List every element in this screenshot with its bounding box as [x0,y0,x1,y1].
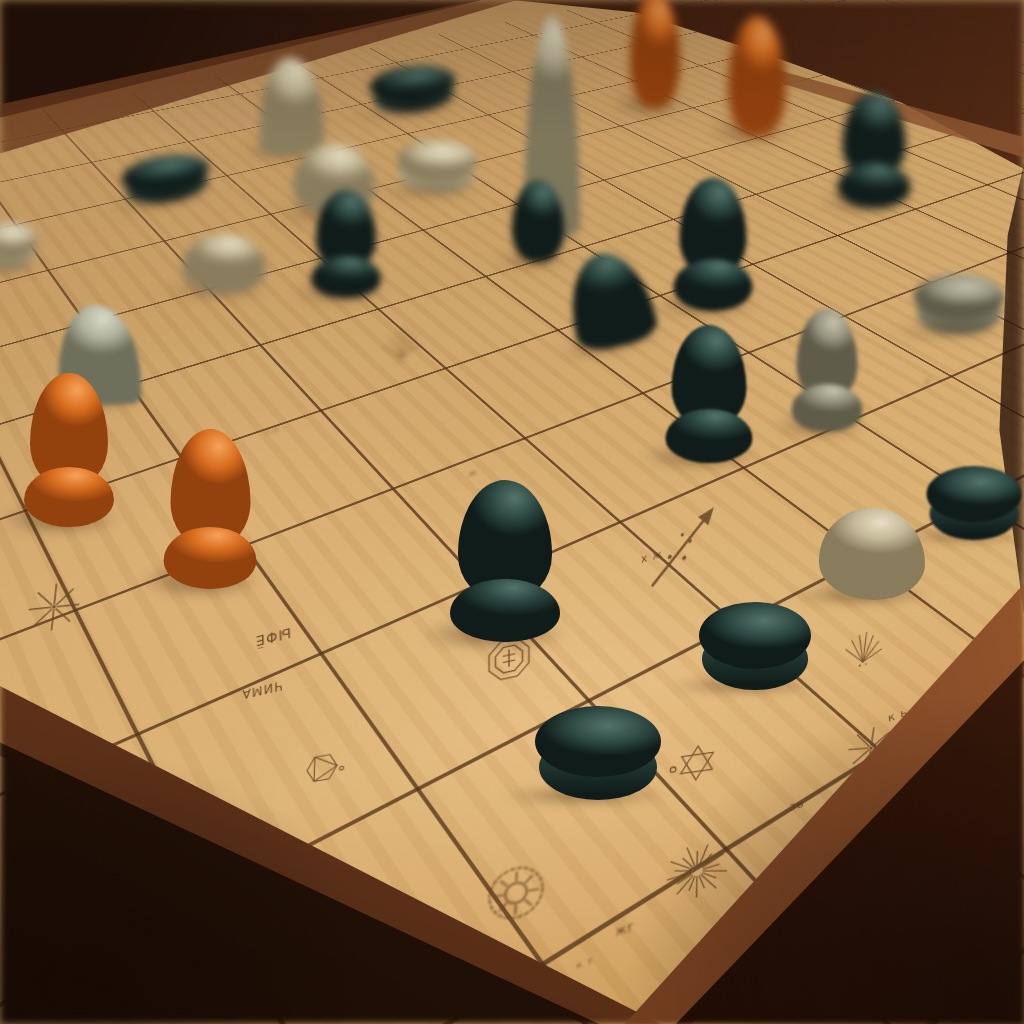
piece-part-egg1 [630,0,680,108]
piece-DS[interactable] [666,325,753,463]
piece-part-egg1 [512,180,564,262]
piece-SS[interactable] [792,309,863,432]
piece-OS[interactable] [164,429,257,589]
piece-DS[interactable] [674,178,753,311]
piece-DC[interactable] [559,245,660,355]
piece-OP[interactable] [725,16,789,138]
piece-OP[interactable] [627,0,683,110]
piece-part-stone [182,234,266,294]
piece-CS[interactable] [819,508,925,600]
piece-part-bulge [24,467,114,527]
pieces-layer [0,0,1024,1024]
piece-part-bulge [164,527,257,589]
piece-part-bulge [792,384,863,432]
piece-DD[interactable] [535,706,661,800]
piece-CS[interactable] [182,234,266,294]
piece-DS[interactable] [838,92,911,208]
piece-part-dtop [397,140,477,181]
piece-part-egg1 [728,16,786,136]
piece-DD[interactable] [119,149,213,208]
piece-DS[interactable] [311,190,381,298]
piece-part-bulge [450,579,560,642]
piece-part-stone [819,508,925,600]
photo-canvas: ЫΦЁЧИМАх жĿНк ьжгк тхтлзьж Angled close-… [0,0,1024,1024]
piece-CD[interactable] [0,222,37,270]
piece-part-bulge [666,409,753,463]
piece-DD[interactable] [368,62,458,117]
piece-CC[interactable] [260,57,324,155]
piece-part-dtop [927,466,1022,522]
piece-part-bulge [838,163,911,208]
piece-part-dome [260,57,324,155]
piece-OS[interactable] [24,373,114,527]
piece-part-dtop [914,274,1004,320]
piece-DD[interactable] [699,602,811,690]
piece-DS[interactable] [450,480,560,642]
piece-part-dtop [535,706,661,777]
piece-DD[interactable] [927,466,1022,540]
piece-CD[interactable] [397,140,477,194]
piece-part-bulge [674,259,753,311]
piece-part-bulge [311,256,381,298]
piece-SD[interactable] [914,274,1004,334]
piece-part-dtop [699,602,811,669]
piece-DE[interactable] [509,180,567,264]
